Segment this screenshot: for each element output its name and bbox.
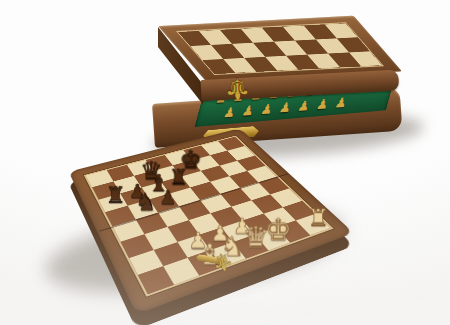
chessboard: ♛♚♜♟♝♜♞♟♟♟♟♝♞♛♚♜ xyxy=(69,128,354,314)
lid-checkerboard-inlay xyxy=(178,23,382,74)
product-photo-scene: ♟♟♟♟♟♟♟♟ ♟♟♟♟♟♟♟ ⚜ ♛♚♜♟♝♜♞♟♟♟♟♝♞♛♚♜ ⚜ xyxy=(0,0,450,325)
chessboard-squares: ♛♚♜♟♝♜♞♟♟♟♟♝♞♛♚♜ xyxy=(84,135,334,296)
square-a6: ♜ xyxy=(98,193,127,212)
open-board-wrapper: ♛♚♜♟♝♜♞♟♟♟♟♝♞♛♚♜ xyxy=(25,92,375,307)
